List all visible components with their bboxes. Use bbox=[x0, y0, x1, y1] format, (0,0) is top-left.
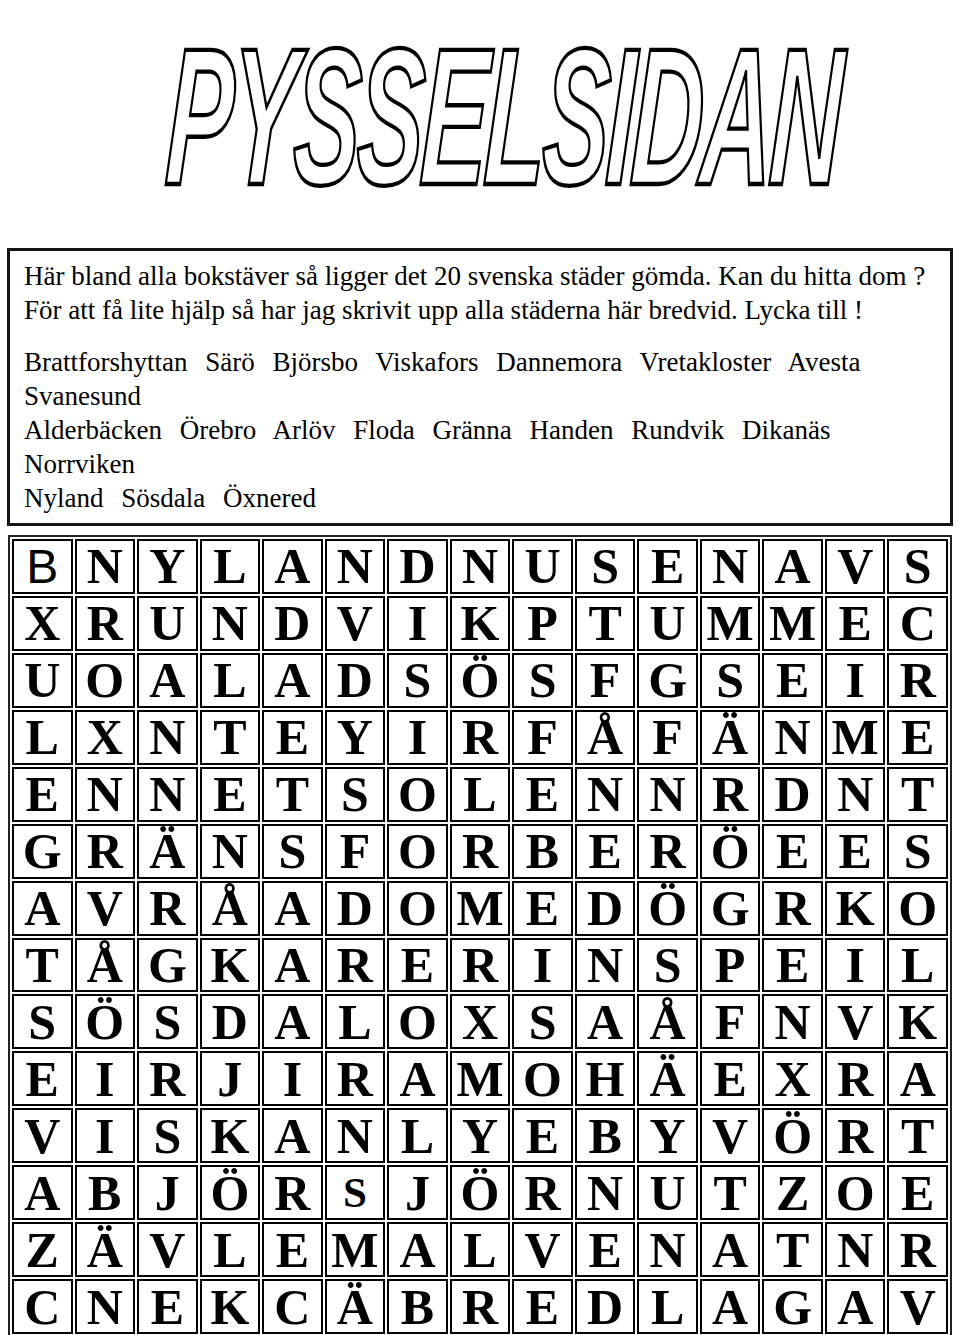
grid-cell-r2c13: M bbox=[762, 596, 823, 651]
grid-cell-r2c15: C bbox=[887, 596, 948, 651]
grid-cell-r2c5: D bbox=[262, 596, 323, 651]
grid-cell-r13c12: A bbox=[700, 1222, 761, 1277]
grid-cell-r14c3: E bbox=[137, 1279, 198, 1334]
grid-cell-r9c12: F bbox=[700, 994, 761, 1049]
grid-cell-r4c8: R bbox=[450, 710, 511, 765]
grid-cell-r9c4: D bbox=[200, 994, 261, 1049]
grid-cell-r3c1: U bbox=[12, 653, 73, 708]
grid-cell-r14c2: N bbox=[75, 1279, 136, 1334]
grid-cell-r13c11: N bbox=[637, 1222, 698, 1277]
grid-cell-r14c6: Ä bbox=[325, 1279, 386, 1334]
grid-cell-r7c6: D bbox=[325, 881, 386, 936]
grid-cell-r4c15: E bbox=[887, 710, 948, 765]
grid-cell-r1c12: N bbox=[700, 539, 761, 594]
grid-cell-r10c14: R bbox=[825, 1051, 886, 1106]
grid-cell-r5c12: R bbox=[700, 767, 761, 822]
grid-cell-r11c11: Y bbox=[637, 1108, 698, 1163]
grid-cell-r1c15: S bbox=[887, 539, 948, 594]
grid-cell-r4c14: M bbox=[825, 710, 886, 765]
grid-cell-r11c3: S bbox=[137, 1108, 198, 1163]
grid-cell-r9c2: Ö bbox=[75, 994, 136, 1049]
grid-cell-r9c15: K bbox=[887, 994, 948, 1049]
grid-cell-r12c9: R bbox=[512, 1165, 573, 1220]
grid-cell-r4c1: L bbox=[12, 710, 73, 765]
grid-cell-r8c6: R bbox=[325, 938, 386, 993]
grid-cell-r4c7: I bbox=[387, 710, 448, 765]
grid-cell-r6c6: F bbox=[325, 824, 386, 879]
grid-cell-r10c11: Ä bbox=[637, 1051, 698, 1106]
grid-cell-r12c5: R bbox=[262, 1165, 323, 1220]
grid-cell-r10c7: A bbox=[387, 1051, 448, 1106]
grid-cell-r12c2: B bbox=[75, 1165, 136, 1220]
grid-cell-r11c9: E bbox=[512, 1108, 573, 1163]
grid-cell-r3c13: E bbox=[762, 653, 823, 708]
grid-cell-r11c4: K bbox=[200, 1108, 261, 1163]
grid-cell-r6c5: S bbox=[262, 824, 323, 879]
grid-cell-r1c1: B bbox=[12, 539, 73, 594]
grid-cell-r12c6: S bbox=[325, 1165, 386, 1220]
grid-cell-r5c3: N bbox=[137, 767, 198, 822]
grid-cell-r5c15: T bbox=[887, 767, 948, 822]
grid-cell-r13c7: A bbox=[387, 1222, 448, 1277]
grid-cell-r13c9: V bbox=[512, 1222, 573, 1277]
grid-cell-r14c1: C bbox=[12, 1279, 73, 1334]
grid-cell-r7c13: R bbox=[762, 881, 823, 936]
grid-cell-r10c1: E bbox=[12, 1051, 73, 1106]
info-box: Här bland alla bokstäver så ligger det 2… bbox=[7, 248, 953, 526]
grid-cell-r7c12: G bbox=[700, 881, 761, 936]
grid-cell-r10c4: J bbox=[200, 1051, 261, 1106]
word-list: Brattforshyttan Särö Björsbo Viskafors D… bbox=[24, 345, 936, 515]
grid-cell-r3c2: O bbox=[75, 653, 136, 708]
grid-cell-r8c12: P bbox=[700, 938, 761, 993]
grid-cell-r5c11: N bbox=[637, 767, 698, 822]
grid-cell-r14c15: V bbox=[887, 1279, 948, 1334]
grid-cell-r8c3: G bbox=[137, 938, 198, 993]
word-list-line-3: Nyland Sösdala Öxnered bbox=[24, 483, 316, 513]
grid-cell-r2c11: U bbox=[637, 596, 698, 651]
grid-cell-r11c8: Y bbox=[450, 1108, 511, 1163]
grid-cell-r6c15: S bbox=[887, 824, 948, 879]
grid-cell-r4c5: E bbox=[262, 710, 323, 765]
word-search-grid: BNYLANDNUSENAVSXRUNDVIKPTUMMECUOALADSÖSF… bbox=[12, 539, 948, 1335]
grid-cell-r12c13: Z bbox=[762, 1165, 823, 1220]
grid-cell-r13c10: E bbox=[575, 1222, 636, 1277]
grid-cell-r9c8: X bbox=[450, 994, 511, 1049]
grid-cell-r13c15: R bbox=[887, 1222, 948, 1277]
grid-cell-r2c6: V bbox=[325, 596, 386, 651]
word-list-line-1: Brattforshyttan Särö Björsbo Viskafors D… bbox=[24, 347, 861, 411]
grid-cell-r3c5: A bbox=[262, 653, 323, 708]
grid-cell-r3c4: L bbox=[200, 653, 261, 708]
grid-cell-r10c6: R bbox=[325, 1051, 386, 1106]
grid-cell-r8c11: S bbox=[637, 938, 698, 993]
grid-cell-r14c4: K bbox=[200, 1279, 261, 1334]
grid-cell-r1c8: N bbox=[450, 539, 511, 594]
grid-cell-r7c2: V bbox=[75, 881, 136, 936]
grid-cell-r6c11: R bbox=[637, 824, 698, 879]
grid-cell-r6c8: R bbox=[450, 824, 511, 879]
page-header: PYSSELSIDAN bbox=[0, 0, 960, 232]
grid-cell-r2c2: R bbox=[75, 596, 136, 651]
grid-cell-r9c11: Å bbox=[637, 994, 698, 1049]
grid-cell-r9c10: A bbox=[575, 994, 636, 1049]
grid-cell-r12c4: Ö bbox=[200, 1165, 261, 1220]
grid-cell-r11c10: B bbox=[575, 1108, 636, 1163]
grid-cell-r8c14: I bbox=[825, 938, 886, 993]
grid-cell-r1c4: L bbox=[200, 539, 261, 594]
grid-cell-r11c2: I bbox=[75, 1108, 136, 1163]
grid-cell-r5c9: E bbox=[512, 767, 573, 822]
grid-cell-r8c15: L bbox=[887, 938, 948, 993]
grid-cell-r1c3: Y bbox=[137, 539, 198, 594]
grid-cell-r12c12: T bbox=[700, 1165, 761, 1220]
grid-cell-r9c5: A bbox=[262, 994, 323, 1049]
grid-cell-r7c8: M bbox=[450, 881, 511, 936]
grid-cell-r4c12: Ä bbox=[700, 710, 761, 765]
grid-cell-r4c10: Å bbox=[575, 710, 636, 765]
grid-cell-r10c8: M bbox=[450, 1051, 511, 1106]
grid-cell-r14c12: A bbox=[700, 1279, 761, 1334]
grid-cell-r12c14: O bbox=[825, 1165, 886, 1220]
grid-cell-r12c15: E bbox=[887, 1165, 948, 1220]
grid-cell-r4c6: Y bbox=[325, 710, 386, 765]
grid-cell-r11c1: V bbox=[12, 1108, 73, 1163]
grid-cell-r4c11: F bbox=[637, 710, 698, 765]
grid-cell-r13c4: L bbox=[200, 1222, 261, 1277]
grid-cell-r3c3: A bbox=[137, 653, 198, 708]
grid-cell-r3c12: S bbox=[700, 653, 761, 708]
grid-cell-r9c6: L bbox=[325, 994, 386, 1049]
grid-cell-r14c5: C bbox=[262, 1279, 323, 1334]
instructions-line-2: För att få lite hjälp så har jag skrivit… bbox=[24, 295, 863, 325]
grid-cell-r5c14: N bbox=[825, 767, 886, 822]
grid-cell-r14c7: B bbox=[387, 1279, 448, 1334]
grid-cell-r6c14: E bbox=[825, 824, 886, 879]
grid-cell-r6c13: E bbox=[762, 824, 823, 879]
grid-cell-r7c11: Ö bbox=[637, 881, 698, 936]
grid-cell-r4c4: T bbox=[200, 710, 261, 765]
grid-cell-r8c8: R bbox=[450, 938, 511, 993]
grid-cell-r7c7: O bbox=[387, 881, 448, 936]
grid-cell-r12c3: J bbox=[137, 1165, 198, 1220]
grid-cell-r3c14: I bbox=[825, 653, 886, 708]
grid-cell-r11c15: T bbox=[887, 1108, 948, 1163]
grid-cell-r2c10: T bbox=[575, 596, 636, 651]
grid-cell-r3c15: R bbox=[887, 653, 948, 708]
grid-cell-r11c7: L bbox=[387, 1108, 448, 1163]
grid-cell-r8c1: T bbox=[12, 938, 73, 993]
grid-cell-r5c4: E bbox=[200, 767, 261, 822]
grid-cell-r12c1: A bbox=[12, 1165, 73, 1220]
grid-cell-r5c5: T bbox=[262, 767, 323, 822]
grid-cell-r14c8: R bbox=[450, 1279, 511, 1334]
grid-cell-r1c10: S bbox=[575, 539, 636, 594]
grid-cell-r4c2: X bbox=[75, 710, 136, 765]
grid-cell-r9c1: S bbox=[12, 994, 73, 1049]
grid-cell-r8c4: K bbox=[200, 938, 261, 993]
grid-cell-r2c4: N bbox=[200, 596, 261, 651]
grid-cell-r11c5: A bbox=[262, 1108, 323, 1163]
grid-cell-r13c5: E bbox=[262, 1222, 323, 1277]
grid-cell-r11c13: Ö bbox=[762, 1108, 823, 1163]
grid-cell-r9c14: V bbox=[825, 994, 886, 1049]
grid-cell-r2c9: P bbox=[512, 596, 573, 651]
grid-cell-r10c2: I bbox=[75, 1051, 136, 1106]
grid-cell-r3c7: S bbox=[387, 653, 448, 708]
grid-cell-r3c11: G bbox=[637, 653, 698, 708]
grid-cell-r1c9: U bbox=[512, 539, 573, 594]
grid-cell-r12c11: U bbox=[637, 1165, 698, 1220]
grid-cell-r3c8: Ö bbox=[450, 653, 511, 708]
grid-cell-r14c10: D bbox=[575, 1279, 636, 1334]
grid-cell-r1c7: D bbox=[387, 539, 448, 594]
grid-cell-r1c11: E bbox=[637, 539, 698, 594]
grid-cell-r10c9: O bbox=[512, 1051, 573, 1106]
grid-cell-r1c14: V bbox=[825, 539, 886, 594]
grid-cell-r14c9: E bbox=[512, 1279, 573, 1334]
grid-cell-r8c13: E bbox=[762, 938, 823, 993]
grid-cell-r2c7: I bbox=[387, 596, 448, 651]
grid-cell-r1c2: N bbox=[75, 539, 136, 594]
grid-cell-r7c14: K bbox=[825, 881, 886, 936]
instructions: Här bland alla bokstäver så ligger det 2… bbox=[24, 259, 936, 327]
grid-cell-r11c12: V bbox=[700, 1108, 761, 1163]
grid-cell-r8c2: Å bbox=[75, 938, 136, 993]
page-title: PYSSELSIDAN bbox=[162, 4, 845, 228]
grid-cell-r7c3: R bbox=[137, 881, 198, 936]
grid-cell-r8c9: I bbox=[512, 938, 573, 993]
word-search-board: BNYLANDNUSENAVSXRUNDVIKPTUMMECUOALADSÖSF… bbox=[8, 535, 952, 1335]
grid-cell-r6c2: R bbox=[75, 824, 136, 879]
grid-cell-r8c7: E bbox=[387, 938, 448, 993]
grid-cell-r5c8: L bbox=[450, 767, 511, 822]
grid-cell-r6c12: Ö bbox=[700, 824, 761, 879]
grid-cell-r7c10: D bbox=[575, 881, 636, 936]
grid-cell-r13c14: N bbox=[825, 1222, 886, 1277]
grid-cell-r13c8: L bbox=[450, 1222, 511, 1277]
grid-cell-r5c1: E bbox=[12, 767, 73, 822]
grid-cell-r3c6: D bbox=[325, 653, 386, 708]
grid-cell-r2c14: E bbox=[825, 596, 886, 651]
grid-cell-r14c11: L bbox=[637, 1279, 698, 1334]
grid-cell-r10c15: A bbox=[887, 1051, 948, 1106]
grid-cell-r6c1: G bbox=[12, 824, 73, 879]
grid-cell-r13c6: M bbox=[325, 1222, 386, 1277]
grid-cell-r5c2: N bbox=[75, 767, 136, 822]
grid-cell-r7c1: A bbox=[12, 881, 73, 936]
grid-cell-r7c15: O bbox=[887, 881, 948, 936]
grid-cell-r9c3: S bbox=[137, 994, 198, 1049]
grid-cell-r1c5: A bbox=[262, 539, 323, 594]
grid-cell-r10c3: R bbox=[137, 1051, 198, 1106]
grid-cell-r13c1: Z bbox=[12, 1222, 73, 1277]
grid-cell-r2c12: M bbox=[700, 596, 761, 651]
grid-cell-r9c7: O bbox=[387, 994, 448, 1049]
grid-cell-r5c13: D bbox=[762, 767, 823, 822]
grid-cell-r9c13: N bbox=[762, 994, 823, 1049]
grid-cell-r10c13: X bbox=[762, 1051, 823, 1106]
grid-cell-r7c9: E bbox=[512, 881, 573, 936]
grid-cell-r4c13: N bbox=[762, 710, 823, 765]
grid-cell-r10c5: I bbox=[262, 1051, 323, 1106]
grid-cell-r4c9: F bbox=[512, 710, 573, 765]
grid-cell-r8c10: N bbox=[575, 938, 636, 993]
grid-cell-r9c9: S bbox=[512, 994, 573, 1049]
grid-cell-r3c10: F bbox=[575, 653, 636, 708]
grid-cell-r1c6: N bbox=[325, 539, 386, 594]
grid-cell-r14c14: A bbox=[825, 1279, 886, 1334]
grid-cell-r5c10: N bbox=[575, 767, 636, 822]
grid-cell-r4c3: N bbox=[137, 710, 198, 765]
grid-cell-r6c3: Ä bbox=[137, 824, 198, 879]
grid-cell-r6c9: B bbox=[512, 824, 573, 879]
grid-cell-r6c7: O bbox=[387, 824, 448, 879]
grid-cell-r5c7: O bbox=[387, 767, 448, 822]
grid-cell-r13c2: Ä bbox=[75, 1222, 136, 1277]
grid-cell-r12c10: N bbox=[575, 1165, 636, 1220]
grid-cell-r2c1: X bbox=[12, 596, 73, 651]
grid-cell-r10c10: H bbox=[575, 1051, 636, 1106]
grid-cell-r12c7: J bbox=[387, 1165, 448, 1220]
grid-cell-r13c13: T bbox=[762, 1222, 823, 1277]
grid-cell-r6c10: E bbox=[575, 824, 636, 879]
grid-cell-r2c3: U bbox=[137, 596, 198, 651]
grid-cell-r13c3: V bbox=[137, 1222, 198, 1277]
instructions-line-1: Här bland alla bokstäver så ligger det 2… bbox=[24, 261, 925, 291]
grid-cell-r7c5: A bbox=[262, 881, 323, 936]
grid-cell-r11c14: R bbox=[825, 1108, 886, 1163]
grid-cell-r6c4: N bbox=[200, 824, 261, 879]
grid-cell-r12c8: Ö bbox=[450, 1165, 511, 1220]
grid-cell-r14c13: G bbox=[762, 1279, 823, 1334]
word-list-line-2: Alderbäcken Örebro Arlöv Floda Gränna Ha… bbox=[24, 415, 831, 479]
grid-cell-r2c8: K bbox=[450, 596, 511, 651]
grid-cell-r3c9: S bbox=[512, 653, 573, 708]
grid-cell-r5c6: S bbox=[325, 767, 386, 822]
grid-cell-r7c4: Å bbox=[200, 881, 261, 936]
grid-cell-r8c5: A bbox=[262, 938, 323, 993]
grid-cell-r1c13: A bbox=[762, 539, 823, 594]
grid-cell-r11c6: N bbox=[325, 1108, 386, 1163]
grid-cell-r10c12: E bbox=[700, 1051, 761, 1106]
